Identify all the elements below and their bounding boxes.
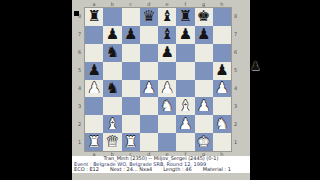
square-c3[interactable] xyxy=(122,97,140,115)
coord-label-h: h xyxy=(213,2,231,7)
eco-label: ECO : E12 xyxy=(74,167,99,173)
square-b1[interactable]: ♛ xyxy=(103,133,121,151)
white-p-piece: ♟ xyxy=(179,116,192,131)
square-a4[interactable]: ♟ xyxy=(85,80,103,98)
black-q-piece: ♛ xyxy=(142,9,155,24)
square-b8[interactable] xyxy=(103,8,121,26)
coord-label-a: a xyxy=(85,2,103,7)
coord-label-7: 7 xyxy=(232,26,239,44)
coord-label-c: c xyxy=(122,2,140,7)
square-b7[interactable]: ♟ xyxy=(103,26,121,44)
square-a5[interactable]: ♟ xyxy=(85,62,103,80)
rank-labels-left: 87654321 xyxy=(76,8,83,151)
game-info-box: Tran_Minh (2350) -- Miljov_Sergei (2445)… xyxy=(72,156,250,173)
square-g7[interactable]: ♟ xyxy=(195,26,213,44)
square-a7[interactable] xyxy=(85,26,103,44)
square-d3[interactable] xyxy=(140,97,158,115)
rank-labels-right: 87654321 xyxy=(232,8,239,151)
coord-label-6: 6 xyxy=(232,44,239,62)
square-e6[interactable]: ♟ xyxy=(158,44,176,62)
right-pillarbox-bar xyxy=(250,0,320,180)
black-k-piece: ♚ xyxy=(197,9,210,24)
square-a6[interactable] xyxy=(85,44,103,62)
square-g6[interactable] xyxy=(195,44,213,62)
chess-video-frame: abcdefgh abcdefgh 87654321 87654321 ♜♛♝♜… xyxy=(0,0,320,180)
square-f3[interactable]: ♝ xyxy=(176,97,194,115)
square-h8[interactable] xyxy=(213,8,231,26)
white-p-piece: ♟ xyxy=(142,80,155,95)
white-r-piece: ♜ xyxy=(87,134,100,149)
square-b2[interactable]: ♝ xyxy=(103,115,121,133)
side-to-move-indicator xyxy=(74,11,79,16)
square-h3[interactable] xyxy=(213,97,231,115)
square-a2[interactable] xyxy=(85,115,103,133)
square-f5[interactable] xyxy=(176,62,194,80)
square-a3[interactable] xyxy=(85,97,103,115)
square-h6[interactable] xyxy=(213,44,231,62)
white-p-piece: ♟ xyxy=(87,80,100,95)
black-b-piece: ♝ xyxy=(160,27,173,42)
coord-label-6: 6 xyxy=(76,44,83,62)
square-g5[interactable] xyxy=(195,62,213,80)
square-c4[interactable] xyxy=(122,80,140,98)
square-e1[interactable] xyxy=(158,133,176,151)
coord-label-3: 3 xyxy=(232,97,239,115)
square-g3[interactable]: ♟ xyxy=(195,97,213,115)
white-p-piece: ♟ xyxy=(160,80,173,95)
square-h5[interactable]: ♟ xyxy=(213,62,231,80)
black-n-piece: ♞ xyxy=(106,45,119,60)
coord-label-3: 3 xyxy=(76,97,83,115)
coord-label-5: 5 xyxy=(232,62,239,80)
stats-line: ECO : E12 Next : 24... Nxa4 Length : 46 … xyxy=(72,167,250,173)
black-p-piece: ♟ xyxy=(160,45,173,60)
black-p-piece: ♟ xyxy=(197,27,210,42)
white-r-piece: ♜ xyxy=(124,134,137,149)
square-g4[interactable] xyxy=(195,80,213,98)
coord-label-2: 2 xyxy=(232,115,239,133)
coord-label-5: 5 xyxy=(76,62,83,80)
square-g2[interactable] xyxy=(195,115,213,133)
square-c7[interactable]: ♟ xyxy=(122,26,140,44)
square-h4[interactable]: ♟ xyxy=(213,80,231,98)
black-p-piece: ♟ xyxy=(179,27,192,42)
coord-label-e: e xyxy=(158,2,176,7)
square-d7[interactable] xyxy=(140,26,158,44)
square-f1[interactable] xyxy=(176,133,194,151)
length-label: Length : 46 xyxy=(163,167,191,173)
square-d8[interactable]: ♛ xyxy=(140,8,158,26)
square-b3[interactable] xyxy=(103,97,121,115)
square-b4[interactable]: ♞ xyxy=(103,80,121,98)
next-move-label: Next : 24... Nxa4 xyxy=(110,167,152,173)
coord-label-f: f xyxy=(176,2,194,7)
black-p-piece: ♟ xyxy=(124,27,137,42)
black-r-piece: ♜ xyxy=(179,9,192,24)
square-c2[interactable] xyxy=(122,115,140,133)
square-c6[interactable] xyxy=(122,44,140,62)
square-f4[interactable] xyxy=(176,80,194,98)
white-p-piece: ♟ xyxy=(197,98,210,113)
square-f8[interactable]: ♜ xyxy=(176,8,194,26)
black-n-piece: ♞ xyxy=(106,80,119,95)
material-black-pawn-icon: ♟ xyxy=(250,60,261,72)
chess-board[interactable]: ♜♛♝♜♚♟♟♝♟♟♞♟♟♟♟♞♟♟♟♞♝♟♝♟♞♜♛♜♚ xyxy=(85,8,231,151)
white-n-piece: ♞ xyxy=(215,116,228,131)
coord-label-d: d xyxy=(140,2,158,7)
coord-label-4: 4 xyxy=(76,80,83,98)
square-d6[interactable] xyxy=(140,44,158,62)
square-c8[interactable] xyxy=(122,8,140,26)
black-p-piece: ♟ xyxy=(215,63,228,78)
square-e7[interactable]: ♝ xyxy=(158,26,176,44)
square-d2[interactable] xyxy=(140,115,158,133)
square-f2[interactable]: ♟ xyxy=(176,115,194,133)
square-g1[interactable]: ♚ xyxy=(195,133,213,151)
coord-label-1: 1 xyxy=(76,133,83,151)
square-d1[interactable] xyxy=(140,133,158,151)
square-e2[interactable] xyxy=(158,115,176,133)
square-a8[interactable]: ♜ xyxy=(85,8,103,26)
square-e4[interactable]: ♟ xyxy=(158,80,176,98)
square-c5[interactable] xyxy=(122,62,140,80)
square-a1[interactable]: ♜ xyxy=(85,133,103,151)
black-r-piece: ♜ xyxy=(87,9,100,24)
black-p-piece: ♟ xyxy=(87,63,100,78)
square-d5[interactable] xyxy=(140,62,158,80)
white-n-piece: ♞ xyxy=(160,98,173,113)
square-h1[interactable] xyxy=(213,133,231,151)
coord-label-4: 4 xyxy=(232,80,239,98)
square-b6[interactable]: ♞ xyxy=(103,44,121,62)
square-e5[interactable] xyxy=(158,62,176,80)
black-p-piece: ♟ xyxy=(106,27,119,42)
square-h2[interactable]: ♞ xyxy=(213,115,231,133)
square-g8[interactable]: ♚ xyxy=(195,8,213,26)
black-b-piece: ♝ xyxy=(160,9,173,24)
square-c1[interactable]: ♜ xyxy=(122,133,140,151)
white-p-piece: ♟ xyxy=(215,80,228,95)
material-label: Material : 1 xyxy=(203,167,231,173)
white-b-piece: ♝ xyxy=(106,116,119,131)
square-b5[interactable] xyxy=(103,62,121,80)
square-e8[interactable]: ♝ xyxy=(158,8,176,26)
square-f6[interactable] xyxy=(176,44,194,62)
coord-label-8: 8 xyxy=(232,8,239,26)
coord-label-b: b xyxy=(103,2,121,7)
white-b-piece: ♝ xyxy=(179,98,192,113)
white-k-piece: ♚ xyxy=(197,134,210,149)
coord-label-1: 1 xyxy=(232,133,239,151)
left-pillarbox-bar xyxy=(0,0,72,180)
square-d4[interactable]: ♟ xyxy=(140,80,158,98)
square-e3[interactable]: ♞ xyxy=(158,97,176,115)
coord-label-7: 7 xyxy=(76,26,83,44)
coord-label-g: g xyxy=(195,2,213,7)
square-h7[interactable] xyxy=(213,26,231,44)
square-f7[interactable]: ♟ xyxy=(176,26,194,44)
coord-label-2: 2 xyxy=(76,115,83,133)
white-q-piece: ♛ xyxy=(106,134,119,149)
file-labels-top: abcdefgh xyxy=(85,2,231,7)
